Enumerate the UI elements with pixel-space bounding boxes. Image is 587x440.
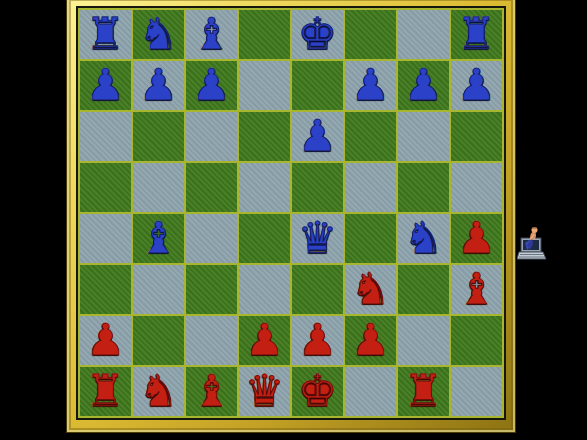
square-a4[interactable] xyxy=(80,214,131,263)
square-e2[interactable]: ♟ xyxy=(292,316,343,365)
piece-blue-bishop[interactable]: ♝ xyxy=(192,12,231,56)
piece-red-pawn[interactable]: ♟ xyxy=(86,318,125,362)
square-f2[interactable]: ♟ xyxy=(345,316,396,365)
piece-red-knight[interactable]: ♞ xyxy=(139,369,178,413)
square-c5[interactable] xyxy=(186,163,237,212)
piece-blue-knight[interactable]: ♞ xyxy=(404,216,443,260)
square-f6[interactable] xyxy=(345,112,396,161)
square-c2[interactable] xyxy=(186,316,237,365)
piece-blue-pawn[interactable]: ♟ xyxy=(139,63,178,107)
square-e3[interactable] xyxy=(292,265,343,314)
square-f4[interactable] xyxy=(345,214,396,263)
square-a1[interactable]: ♜ xyxy=(80,367,131,416)
square-c4[interactable] xyxy=(186,214,237,263)
piece-blue-pawn[interactable]: ♟ xyxy=(192,63,231,107)
piece-red-rook[interactable]: ♜ xyxy=(404,369,443,413)
square-a2[interactable]: ♟ xyxy=(80,316,131,365)
square-a7[interactable]: ♟ xyxy=(80,61,131,110)
chess-board-frame: ♜♞♝♚♜♟♟♟♟♟♟♟♝♛♞♟♞♝♟♟♟♟♜♞♝♛♚♜ xyxy=(66,0,516,433)
piece-blue-queen[interactable]: ♛ xyxy=(298,216,337,260)
square-b7[interactable]: ♟ xyxy=(133,61,184,110)
square-a8[interactable]: ♜ xyxy=(80,10,131,59)
square-c1[interactable]: ♝ xyxy=(186,367,237,416)
board-bezel: ♜♞♝♚♜♟♟♟♟♟♟♟♝♛♞♟♞♝♟♟♟♟♜♞♝♛♚♜ xyxy=(76,6,506,420)
square-h8[interactable]: ♜ xyxy=(451,10,502,59)
square-f7[interactable]: ♟ xyxy=(345,61,396,110)
computer-thinking-icon xyxy=(517,226,547,263)
square-e6[interactable]: ♟ xyxy=(292,112,343,161)
piece-red-king[interactable]: ♚ xyxy=(298,369,337,413)
square-b3[interactable] xyxy=(133,265,184,314)
square-d5[interactable] xyxy=(239,163,290,212)
square-b1[interactable]: ♞ xyxy=(133,367,184,416)
piece-red-bishop[interactable]: ♝ xyxy=(192,369,231,413)
square-b4[interactable]: ♝ xyxy=(133,214,184,263)
square-d4[interactable] xyxy=(239,214,290,263)
square-b2[interactable] xyxy=(133,316,184,365)
square-g6[interactable] xyxy=(398,112,449,161)
square-d3[interactable] xyxy=(239,265,290,314)
square-a3[interactable] xyxy=(80,265,131,314)
square-h1[interactable] xyxy=(451,367,502,416)
piece-blue-rook[interactable]: ♜ xyxy=(86,12,125,56)
square-f8[interactable] xyxy=(345,10,396,59)
square-e7[interactable] xyxy=(292,61,343,110)
square-f3[interactable]: ♞ xyxy=(345,265,396,314)
square-g7[interactable]: ♟ xyxy=(398,61,449,110)
square-h4[interactable]: ♟ xyxy=(451,214,502,263)
piece-red-pawn[interactable]: ♟ xyxy=(298,318,337,362)
square-g8[interactable] xyxy=(398,10,449,59)
square-d1[interactable]: ♛ xyxy=(239,367,290,416)
square-d6[interactable] xyxy=(239,112,290,161)
square-e1[interactable]: ♚ xyxy=(292,367,343,416)
square-f5[interactable] xyxy=(345,163,396,212)
square-f1[interactable] xyxy=(345,367,396,416)
square-b8[interactable]: ♞ xyxy=(133,10,184,59)
square-d2[interactable]: ♟ xyxy=(239,316,290,365)
square-h3[interactable]: ♝ xyxy=(451,265,502,314)
square-g4[interactable]: ♞ xyxy=(398,214,449,263)
piece-blue-pawn[interactable]: ♟ xyxy=(351,63,390,107)
piece-blue-pawn[interactable]: ♟ xyxy=(298,114,337,158)
square-e5[interactable] xyxy=(292,163,343,212)
square-c8[interactable]: ♝ xyxy=(186,10,237,59)
square-d8[interactable] xyxy=(239,10,290,59)
square-e8[interactable]: ♚ xyxy=(292,10,343,59)
square-b6[interactable] xyxy=(133,112,184,161)
square-g2[interactable] xyxy=(398,316,449,365)
piece-red-pawn[interactable]: ♟ xyxy=(245,318,284,362)
chess-board: ♜♞♝♚♜♟♟♟♟♟♟♟♝♛♞♟♞♝♟♟♟♟♜♞♝♛♚♜ xyxy=(78,8,504,418)
square-d7[interactable] xyxy=(239,61,290,110)
square-h5[interactable] xyxy=(451,163,502,212)
square-g3[interactable] xyxy=(398,265,449,314)
game-screen: ♜♞♝♚♜♟♟♟♟♟♟♟♝♛♞♟♞♝♟♟♟♟♜♞♝♛♚♜ xyxy=(0,0,587,440)
piece-red-bishop[interactable]: ♝ xyxy=(457,267,496,311)
piece-blue-pawn[interactable]: ♟ xyxy=(404,63,443,107)
square-g5[interactable] xyxy=(398,163,449,212)
square-e4[interactable]: ♛ xyxy=(292,214,343,263)
piece-blue-pawn[interactable]: ♟ xyxy=(457,63,496,107)
piece-blue-rook[interactable]: ♜ xyxy=(457,12,496,56)
square-h2[interactable] xyxy=(451,316,502,365)
piece-red-pawn[interactable]: ♟ xyxy=(457,216,496,260)
square-h7[interactable]: ♟ xyxy=(451,61,502,110)
piece-red-rook[interactable]: ♜ xyxy=(86,369,125,413)
square-c6[interactable] xyxy=(186,112,237,161)
piece-blue-king[interactable]: ♚ xyxy=(298,12,337,56)
piece-blue-bishop[interactable]: ♝ xyxy=(139,216,178,260)
piece-blue-knight[interactable]: ♞ xyxy=(139,12,178,56)
square-a6[interactable] xyxy=(80,112,131,161)
square-c7[interactable]: ♟ xyxy=(186,61,237,110)
piece-red-pawn[interactable]: ♟ xyxy=(351,318,390,362)
square-a5[interactable] xyxy=(80,163,131,212)
square-b5[interactable] xyxy=(133,163,184,212)
piece-red-knight[interactable]: ♞ xyxy=(351,267,390,311)
square-c3[interactable] xyxy=(186,265,237,314)
piece-red-queen[interactable]: ♛ xyxy=(245,369,284,413)
square-h6[interactable] xyxy=(451,112,502,161)
piece-blue-pawn[interactable]: ♟ xyxy=(86,63,125,107)
square-g1[interactable]: ♜ xyxy=(398,367,449,416)
